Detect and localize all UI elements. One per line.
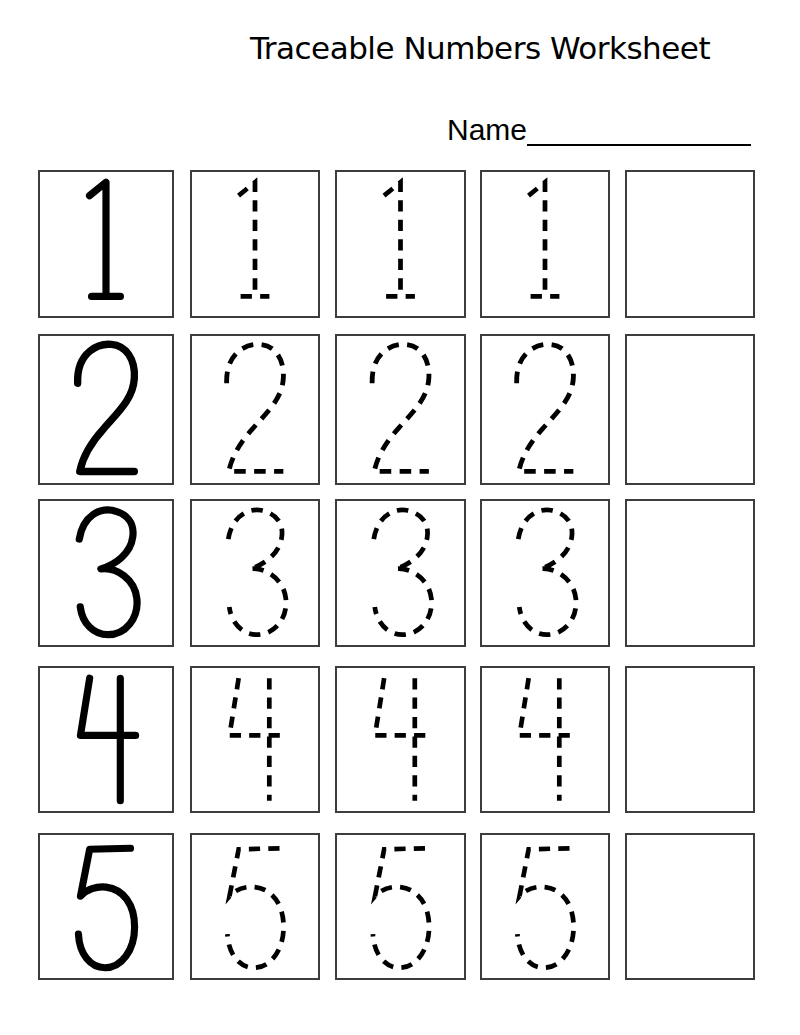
practice-box-5[interactable] xyxy=(625,833,755,980)
trace-cell-5-1[interactable] xyxy=(190,833,320,980)
digit-4-dashed-glyph xyxy=(337,668,464,811)
trace-cell-4-3[interactable] xyxy=(480,666,610,813)
digit-2-dashed-glyph xyxy=(192,336,318,483)
digit-5-solid-glyph xyxy=(40,835,172,978)
digit-1-dashed-glyph xyxy=(192,172,318,316)
worksheet-title: Traceable Numbers Worksheet xyxy=(180,30,780,66)
digit-3-dashed-glyph xyxy=(337,501,464,645)
practice-box-2[interactable] xyxy=(625,334,755,485)
trace-cell-3-2[interactable] xyxy=(335,499,466,647)
digit-2-dashed-glyph xyxy=(337,336,464,483)
digit-1-dashed-glyph xyxy=(482,172,608,316)
example-number-1 xyxy=(38,170,174,318)
trace-cell-4-1[interactable] xyxy=(190,666,320,813)
digit-4-dashed-glyph xyxy=(482,668,608,811)
digit-3-dashed-glyph xyxy=(192,501,318,645)
digit-3-dashed-glyph xyxy=(482,501,608,645)
digit-1-dashed-glyph xyxy=(337,172,464,316)
digit-2-dashed-glyph xyxy=(482,336,608,483)
digit-5-dashed-glyph xyxy=(482,835,608,978)
worksheet-page: Traceable Numbers Worksheet Name xyxy=(0,0,800,1035)
digit-5-dashed-glyph xyxy=(192,835,318,978)
trace-cell-4-2[interactable] xyxy=(335,666,466,813)
practice-box-3[interactable] xyxy=(625,499,755,647)
example-number-2 xyxy=(38,334,174,485)
trace-cell-5-2[interactable] xyxy=(335,833,466,980)
practice-box-1[interactable] xyxy=(625,170,755,318)
name-row: Name xyxy=(447,112,751,148)
trace-cell-2-3[interactable] xyxy=(480,334,610,485)
trace-cell-1-2[interactable] xyxy=(335,170,466,318)
practice-box-4[interactable] xyxy=(625,666,755,813)
example-number-3 xyxy=(38,499,174,647)
digit-5-dashed-glyph xyxy=(337,835,464,978)
digit-2-solid-glyph xyxy=(40,336,172,483)
name-blank-line[interactable] xyxy=(527,114,751,146)
digit-3-solid-glyph xyxy=(40,501,172,645)
trace-cell-2-1[interactable] xyxy=(190,334,320,485)
trace-cell-3-3[interactable] xyxy=(480,499,610,647)
name-label: Name xyxy=(447,112,527,148)
digit-4-solid-glyph xyxy=(40,668,172,811)
digit-1-solid-glyph xyxy=(40,172,172,316)
trace-cell-5-3[interactable] xyxy=(480,833,610,980)
trace-cell-2-2[interactable] xyxy=(335,334,466,485)
example-number-5 xyxy=(38,833,174,980)
trace-cell-1-1[interactable] xyxy=(190,170,320,318)
digit-4-dashed-glyph xyxy=(192,668,318,811)
trace-cell-3-1[interactable] xyxy=(190,499,320,647)
example-number-4 xyxy=(38,666,174,813)
trace-cell-1-3[interactable] xyxy=(480,170,610,318)
